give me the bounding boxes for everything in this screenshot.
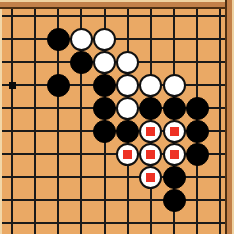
grid-line-h [2, 176, 225, 178]
white-stone [70, 28, 93, 51]
white-stone [163, 74, 186, 97]
hoshi-star-point [9, 82, 16, 89]
white-stone [116, 51, 139, 74]
board-top-border [0, 0, 234, 9]
black-stone [70, 51, 93, 74]
red-square-mark [146, 127, 155, 136]
grid-line-h [2, 222, 225, 224]
red-square-mark [146, 150, 155, 159]
black-stone [47, 74, 70, 97]
black-stone [93, 74, 116, 97]
black-stone [163, 97, 186, 120]
red-square-mark [170, 150, 179, 159]
black-stone [93, 120, 116, 143]
board-right-border [225, 0, 234, 234]
grid-line-h [2, 199, 225, 201]
white-stone [93, 51, 116, 74]
black-stone [47, 28, 70, 51]
black-stone [93, 97, 116, 120]
black-stone [186, 120, 209, 143]
red-square-mark [146, 173, 155, 182]
white-stone [116, 74, 139, 97]
red-square-mark [123, 150, 132, 159]
black-stone [186, 97, 209, 120]
white-stone [116, 97, 139, 120]
white-stone [93, 28, 116, 51]
go-board [0, 0, 234, 234]
red-square-mark [170, 127, 179, 136]
black-stone [163, 166, 186, 189]
black-stone [163, 189, 186, 212]
black-stone [116, 120, 139, 143]
grid-line-h [2, 15, 225, 17]
black-stone [186, 143, 209, 166]
white-stone [139, 74, 162, 97]
black-stone [139, 97, 162, 120]
